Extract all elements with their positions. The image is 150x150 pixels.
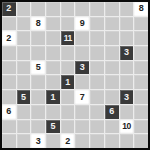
cell-r0-c2-undecided[interactable] bbox=[31, 2, 45, 16]
cell-r8-c7-undecided[interactable] bbox=[105, 120, 119, 134]
cell-r4-c3-undecided[interactable] bbox=[46, 61, 60, 75]
cell-r9-c7-undecided[interactable] bbox=[105, 134, 119, 148]
cell-r4-c8-undecided[interactable] bbox=[120, 61, 134, 75]
cell-r5-c1-undecided[interactable] bbox=[17, 75, 31, 89]
cell-r1-c9-undecided[interactable] bbox=[134, 17, 148, 31]
cell-r6-c2-undecided[interactable] bbox=[31, 90, 45, 104]
cell-r0-c6-undecided[interactable] bbox=[90, 2, 104, 16]
cell-r0-c5-undecided[interactable] bbox=[75, 2, 89, 16]
cell-r6-c5-clue-7-white[interactable]: 7 bbox=[75, 90, 89, 104]
puzzle-board: 2889211353151736651032 bbox=[0, 0, 150, 150]
cell-r5-c9-undecided[interactable] bbox=[134, 75, 148, 89]
cell-r2-c8-undecided[interactable] bbox=[120, 31, 134, 45]
cell-r8-c8-clue-10-white[interactable]: 10 bbox=[120, 120, 134, 134]
cell-r5-c8-undecided[interactable] bbox=[120, 75, 134, 89]
cell-r1-c7-undecided[interactable] bbox=[105, 17, 119, 31]
cell-r5-c5-undecided[interactable] bbox=[75, 75, 89, 89]
cell-r4-c2-clue-5-white[interactable]: 5 bbox=[31, 61, 45, 75]
cell-r0-c8-undecided[interactable] bbox=[120, 2, 134, 16]
cell-r2-c9-undecided[interactable] bbox=[134, 31, 148, 45]
cell-r2-c3-undecided[interactable] bbox=[46, 31, 60, 45]
cell-r7-c0-clue-6-white[interactable]: 6 bbox=[2, 105, 16, 119]
cell-r0-c1-undecided[interactable] bbox=[17, 2, 31, 16]
cell-r0-c3-undecided[interactable] bbox=[46, 2, 60, 16]
cell-r7-c7-clue-6-black[interactable]: 6 bbox=[105, 105, 119, 119]
cell-r6-c4-undecided[interactable] bbox=[61, 90, 75, 104]
cell-r3-c4-undecided[interactable] bbox=[61, 46, 75, 60]
cell-r1-c5-clue-9-white[interactable]: 9 bbox=[75, 17, 89, 31]
cell-r1-c2-clue-8-white[interactable]: 8 bbox=[31, 17, 45, 31]
cell-r2-c4-clue-11-black[interactable]: 11 bbox=[61, 31, 75, 45]
cell-r7-c4-undecided[interactable] bbox=[61, 105, 75, 119]
cell-r9-c1-undecided[interactable] bbox=[17, 134, 31, 148]
cell-r7-c2-undecided[interactable] bbox=[31, 105, 45, 119]
cell-r8-c0-undecided[interactable] bbox=[2, 120, 16, 134]
cell-r6-c6-undecided[interactable] bbox=[90, 90, 104, 104]
cell-r4-c9-undecided[interactable] bbox=[134, 61, 148, 75]
cell-r8-c9-undecided[interactable] bbox=[134, 120, 148, 134]
cell-r0-c0-clue-2-black[interactable]: 2 bbox=[2, 2, 16, 16]
cell-r3-c5-undecided[interactable] bbox=[75, 46, 89, 60]
cell-r3-c3-undecided[interactable] bbox=[46, 46, 60, 60]
cell-r9-c6-undecided[interactable] bbox=[90, 134, 104, 148]
cell-r8-c2-undecided[interactable] bbox=[31, 120, 45, 134]
cell-r3-c1-undecided[interactable] bbox=[17, 46, 31, 60]
cell-r3-c0-undecided[interactable] bbox=[2, 46, 16, 60]
cell-r2-c1-undecided[interactable] bbox=[17, 31, 31, 45]
cell-r3-c8-clue-3-black[interactable]: 3 bbox=[120, 46, 134, 60]
cell-r1-c0-undecided[interactable] bbox=[2, 17, 16, 31]
cell-r9-c3-undecided[interactable] bbox=[46, 134, 60, 148]
cell-r0-c7-undecided[interactable] bbox=[105, 2, 119, 16]
cell-r6-c7-undecided[interactable] bbox=[105, 90, 119, 104]
cell-r7-c1-undecided[interactable] bbox=[17, 105, 31, 119]
cell-r3-c7-undecided[interactable] bbox=[105, 46, 119, 60]
cell-r4-c7-undecided[interactable] bbox=[105, 61, 119, 75]
cell-r9-c4-clue-2-white[interactable]: 2 bbox=[61, 134, 75, 148]
cell-r7-c3-undecided[interactable] bbox=[46, 105, 60, 119]
cell-r8-c1-undecided[interactable] bbox=[17, 120, 31, 134]
cell-r2-c0-clue-2-white[interactable]: 2 bbox=[2, 31, 16, 45]
cell-r8-c4-undecided[interactable] bbox=[61, 120, 75, 134]
cell-r2-c5-undecided[interactable] bbox=[75, 31, 89, 45]
cell-r1-c1-undecided[interactable] bbox=[17, 17, 31, 31]
cell-r6-c9-undecided[interactable] bbox=[134, 90, 148, 104]
cell-r5-c3-undecided[interactable] bbox=[46, 75, 60, 89]
cell-r9-c0-undecided[interactable] bbox=[2, 134, 16, 148]
cell-r7-c9-undecided[interactable] bbox=[134, 105, 148, 119]
cell-r3-c6-undecided[interactable] bbox=[90, 46, 104, 60]
cell-r7-c6-undecided[interactable] bbox=[90, 105, 104, 119]
cell-r8-c6-undecided[interactable] bbox=[90, 120, 104, 134]
cell-r7-c8-undecided[interactable] bbox=[120, 105, 134, 119]
cell-r5-c4-clue-1-black[interactable]: 1 bbox=[61, 75, 75, 89]
cell-r6-c1-clue-5-black[interactable]: 5 bbox=[17, 90, 31, 104]
cell-r6-c0-undecided[interactable] bbox=[2, 90, 16, 104]
cell-r9-c9-undecided[interactable] bbox=[134, 134, 148, 148]
cell-r8-c5-undecided[interactable] bbox=[75, 120, 89, 134]
cell-r6-c3-clue-1-black[interactable]: 1 bbox=[46, 90, 60, 104]
cell-r1-c8-undecided[interactable] bbox=[120, 17, 134, 31]
cell-r0-c9-clue-8-white[interactable]: 8 bbox=[134, 2, 148, 16]
cell-r3-c2-undecided[interactable] bbox=[31, 46, 45, 60]
cell-r4-c6-undecided[interactable] bbox=[90, 61, 104, 75]
cell-r3-c9-undecided[interactable] bbox=[134, 46, 148, 60]
cell-r2-c7-undecided[interactable] bbox=[105, 31, 119, 45]
cell-r2-c2-undecided[interactable] bbox=[31, 31, 45, 45]
cell-r6-c8-clue-3-black[interactable]: 3 bbox=[120, 90, 134, 104]
cell-r5-c7-undecided[interactable] bbox=[105, 75, 119, 89]
cell-r1-c6-undecided[interactable] bbox=[90, 17, 104, 31]
cell-r5-c6-undecided[interactable] bbox=[90, 75, 104, 89]
cell-r7-c5-undecided[interactable] bbox=[75, 105, 89, 119]
cell-r9-c8-undecided[interactable] bbox=[120, 134, 134, 148]
cell-r1-c4-undecided[interactable] bbox=[61, 17, 75, 31]
cell-r4-c1-undecided[interactable] bbox=[17, 61, 31, 75]
cell-r8-c3-clue-5-black[interactable]: 5 bbox=[46, 120, 60, 134]
cell-r4-c4-undecided[interactable] bbox=[61, 61, 75, 75]
cell-r0-c4-undecided[interactable] bbox=[61, 2, 75, 16]
cell-r1-c3-undecided[interactable] bbox=[46, 17, 60, 31]
cell-r2-c6-undecided[interactable] bbox=[90, 31, 104, 45]
cell-r9-c2-clue-3-white[interactable]: 3 bbox=[31, 134, 45, 148]
cell-r5-c2-undecided[interactable] bbox=[31, 75, 45, 89]
cell-r4-c5-clue-3-black[interactable]: 3 bbox=[75, 61, 89, 75]
cell-r9-c5-undecided[interactable] bbox=[75, 134, 89, 148]
cell-r5-c0-undecided[interactable] bbox=[2, 75, 16, 89]
cell-r4-c0-undecided[interactable] bbox=[2, 61, 16, 75]
